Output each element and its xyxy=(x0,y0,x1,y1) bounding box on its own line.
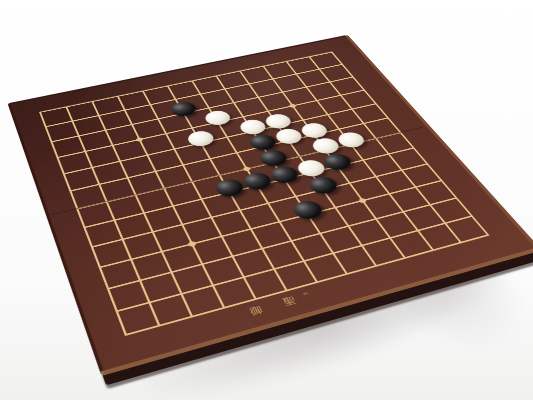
black-stone xyxy=(168,100,198,118)
hoshi-point xyxy=(242,166,251,171)
black-stone xyxy=(247,133,280,152)
black-stone xyxy=(212,177,246,199)
hoshi-point xyxy=(187,241,196,247)
black-stone xyxy=(290,199,326,222)
photo-scene: 御 聖® xyxy=(0,0,533,400)
black-stone xyxy=(240,171,274,192)
hoshi-point xyxy=(136,137,144,142)
board-fold-line xyxy=(49,127,423,216)
hoshi-point xyxy=(289,104,297,109)
hoshi-point xyxy=(358,198,367,204)
white-stone xyxy=(262,112,294,130)
black-stone xyxy=(306,174,341,196)
black-stone xyxy=(267,164,301,185)
black-stone xyxy=(320,152,354,172)
white-stone xyxy=(185,129,217,148)
white-stone xyxy=(334,130,368,149)
white-stone xyxy=(298,121,331,140)
white-stone xyxy=(202,109,233,127)
white-stone xyxy=(237,118,269,137)
